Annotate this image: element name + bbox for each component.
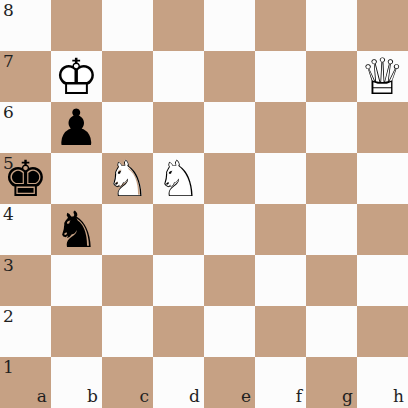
file-label: e [241, 388, 251, 405]
square-a8[interactable]: 8 [0, 0, 51, 51]
square-b5[interactable] [51, 153, 102, 204]
piece-white-queen[interactable]: ♛♕ [357, 51, 408, 102]
square-h5[interactable] [357, 153, 408, 204]
square-h7[interactable]: ♛♕ [357, 51, 408, 102]
square-c5[interactable]: ♞♘ [102, 153, 153, 204]
square-c3[interactable] [102, 255, 153, 306]
square-g3[interactable] [306, 255, 357, 306]
piece-white-king[interactable]: ♚♔ [51, 51, 102, 102]
square-b1[interactable]: b [51, 357, 102, 408]
square-b2[interactable] [51, 306, 102, 357]
square-g1[interactable]: g [306, 357, 357, 408]
piece-glyph: ♞ [51, 204, 102, 255]
square-g6[interactable] [306, 102, 357, 153]
square-f6[interactable] [255, 102, 306, 153]
square-g8[interactable] [306, 0, 357, 51]
file-label: c [139, 388, 149, 405]
square-a2[interactable]: 2 [0, 306, 51, 357]
rank-label: 7 [3, 53, 14, 70]
square-e7[interactable] [204, 51, 255, 102]
square-d5[interactable]: ♞♘ [153, 153, 204, 204]
file-label: d [189, 388, 200, 405]
rank-label: 2 [3, 308, 14, 325]
file-label: b [87, 388, 98, 405]
square-e5[interactable] [204, 153, 255, 204]
piece-glyph: ♕ [357, 51, 408, 102]
square-c1[interactable]: c [102, 357, 153, 408]
file-label: a [37, 388, 47, 405]
square-e1[interactable]: e [204, 357, 255, 408]
square-d4[interactable] [153, 204, 204, 255]
piece-glyph: ♔ [51, 51, 102, 102]
square-c7[interactable] [102, 51, 153, 102]
piece-glyph: ♚ [0, 153, 51, 204]
square-e2[interactable] [204, 306, 255, 357]
square-b8[interactable] [51, 0, 102, 51]
square-a5[interactable]: 5♚ [0, 153, 51, 204]
square-f2[interactable] [255, 306, 306, 357]
square-b6[interactable]: ♟ [51, 102, 102, 153]
square-e4[interactable] [204, 204, 255, 255]
square-d7[interactable] [153, 51, 204, 102]
square-g5[interactable] [306, 153, 357, 204]
square-e8[interactable] [204, 0, 255, 51]
file-label: f [296, 388, 302, 405]
piece-black-knight[interactable]: ♞ [51, 204, 102, 255]
piece-white-knight[interactable]: ♞♘ [153, 153, 204, 204]
square-e6[interactable] [204, 102, 255, 153]
rank-label: 8 [3, 2, 14, 19]
square-d8[interactable] [153, 0, 204, 51]
square-h8[interactable] [357, 0, 408, 51]
piece-white-knight[interactable]: ♞♘ [102, 153, 153, 204]
square-c4[interactable] [102, 204, 153, 255]
square-a4[interactable]: 4 [0, 204, 51, 255]
square-f1[interactable]: f [255, 357, 306, 408]
square-f7[interactable] [255, 51, 306, 102]
square-h3[interactable] [357, 255, 408, 306]
square-b3[interactable] [51, 255, 102, 306]
file-label: h [393, 388, 404, 405]
square-f8[interactable] [255, 0, 306, 51]
rank-label: 4 [3, 206, 14, 223]
square-e3[interactable] [204, 255, 255, 306]
square-b4[interactable]: ♞ [51, 204, 102, 255]
piece-glyph: ♘ [102, 153, 153, 204]
square-g4[interactable] [306, 204, 357, 255]
square-g7[interactable] [306, 51, 357, 102]
chess-board: 87♚♔♛♕6♟5♚♞♘♞♘4♞321abcdefgh [0, 0, 408, 408]
square-g2[interactable] [306, 306, 357, 357]
file-label: g [342, 388, 353, 405]
square-c2[interactable] [102, 306, 153, 357]
square-h2[interactable] [357, 306, 408, 357]
piece-glyph: ♟ [51, 102, 102, 153]
square-c6[interactable] [102, 102, 153, 153]
piece-black-king[interactable]: ♚ [0, 153, 51, 204]
rank-label: 6 [3, 104, 14, 121]
square-h4[interactable] [357, 204, 408, 255]
square-a3[interactable]: 3 [0, 255, 51, 306]
square-b7[interactable]: ♚♔ [51, 51, 102, 102]
square-f4[interactable] [255, 204, 306, 255]
rank-label: 1 [3, 359, 14, 376]
square-f3[interactable] [255, 255, 306, 306]
square-c8[interactable] [102, 0, 153, 51]
square-a6[interactable]: 6 [0, 102, 51, 153]
square-d1[interactable]: d [153, 357, 204, 408]
rank-label: 3 [3, 257, 14, 274]
square-a1[interactable]: 1a [0, 357, 51, 408]
square-h6[interactable] [357, 102, 408, 153]
square-h1[interactable]: h [357, 357, 408, 408]
square-a7[interactable]: 7 [0, 51, 51, 102]
square-d6[interactable] [153, 102, 204, 153]
piece-glyph: ♘ [153, 153, 204, 204]
piece-black-pawn[interactable]: ♟ [51, 102, 102, 153]
square-d3[interactable] [153, 255, 204, 306]
square-d2[interactable] [153, 306, 204, 357]
square-f5[interactable] [255, 153, 306, 204]
